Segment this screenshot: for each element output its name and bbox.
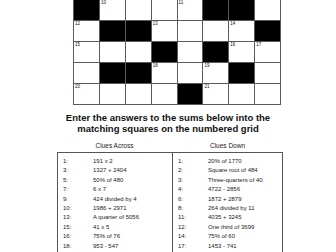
clue-number: 6: [178,195,208,204]
black-cell [178,84,203,104]
black-cell [100,63,125,83]
black-cell [152,42,177,62]
clue-row: 7:6 x 7 [63,185,172,194]
cell-number: 19 [204,63,209,69]
cell-number: 10 [101,0,106,6]
clue-text: 75% of 60 [208,232,282,241]
answer-cell[interactable] [100,42,125,62]
answer-cell[interactable] [178,21,203,41]
black-cell [126,21,151,41]
clue-number: 2: [178,166,208,175]
clue-text: 191 x 2 [93,157,172,166]
clue-box: 1:191 x 23:1327 + 24045:50% of 4807:6 x … [57,152,283,252]
answer-cell[interactable] [229,84,254,104]
instruction-line-2: matching squares on the numbered grid [0,123,336,134]
instruction-line-1: Enter the answers to the sums below into… [0,112,336,123]
answer-cell[interactable]: 18 [152,63,177,83]
clue-number: 4: [178,185,208,194]
clue-number: 16: [63,232,93,241]
clue-row: 15:41 x 5 [63,223,172,232]
clue-text: 41 x 5 [93,223,172,232]
answer-cell[interactable]: 11 [178,0,203,20]
clues-down-list: 1:20% of 17702:Square root of 4843:Three… [173,153,282,252]
answer-cell[interactable] [203,21,228,41]
answer-cell[interactable] [100,84,125,104]
answer-cell[interactable]: 17 [255,42,280,62]
clue-number: 1: [63,157,93,166]
answer-cell[interactable]: 19 [203,63,228,83]
clue-row: 11:4035 + 3245 [178,213,282,222]
black-cell [229,63,254,83]
clue-number: 13: [63,213,93,222]
clue-text: 1453 - 741 [208,242,282,251]
cell-number: 13 [153,21,158,27]
answer-cell[interactable]: 16 [229,42,254,62]
clue-number: 18: [63,242,93,251]
cell-number: 21 [204,84,209,90]
cell-number: 14 [230,21,235,27]
clue-row: 12:One third of 3699 [178,223,282,232]
clue-row: 8:264 divided by 11 [178,204,282,213]
clue-row: 2:Square root of 484 [178,166,282,175]
clue-row: 4:4722 - 2856 [178,185,282,194]
clue-text: 1327 + 2404 [93,166,172,175]
clue-number: 12: [178,223,208,232]
cell-number: 20 [75,84,80,90]
clue-text: Square root of 484 [208,166,282,175]
clue-row: 14:75% of 60 [178,232,282,241]
answer-cell[interactable] [74,63,99,83]
answer-cell[interactable]: 21 [203,84,228,104]
clue-text: One third of 3699 [208,223,282,232]
cell-number: 12 [75,21,80,27]
clues-across-header: Clues Across [57,142,172,149]
answer-cell[interactable] [255,63,280,83]
clue-row: 1:191 x 2 [63,157,172,166]
clue-number: 3: [178,176,208,185]
clue-text: 1872 + 2879 [208,195,282,204]
clue-row: 13:A quarter of 5056 [63,213,172,222]
clue-number: 15: [63,223,93,232]
answer-cell[interactable]: 20 [74,84,99,104]
clue-text: 424 divided by 4 [93,195,172,204]
clue-number: 1: [178,157,208,166]
answer-cell[interactable]: 14 [229,21,254,41]
answer-cell[interactable] [126,42,151,62]
answer-cell[interactable] [255,0,280,20]
clues-down-header: Clues Down [172,142,283,149]
answer-cell[interactable]: 15 [74,42,99,62]
clue-text: 50% of 480 [93,176,172,185]
crossword-grid: 101112131415161718192021 [73,0,281,105]
answer-cell[interactable] [152,84,177,104]
clue-text: 75% of 76 [93,232,172,241]
black-cell [100,21,125,41]
clue-number: 7: [63,185,93,194]
clue-number: 3: [63,166,93,175]
clue-row: 10:1986 + 2971 [63,204,172,213]
black-cell [229,0,254,20]
clues-across-list: 1:191 x 23:1327 + 24045:50% of 4807:6 x … [58,153,172,252]
clue-number: 14: [178,232,208,241]
clue-row: 17:1453 - 741 [178,242,282,251]
cell-number: 15 [75,42,80,48]
instruction-text: Enter the answers to the sums below into… [0,112,336,134]
clue-text: 264 divided by 11 [208,204,282,213]
clue-row: 3:1327 + 2404 [63,166,172,175]
clue-row: 1:20% of 1770 [178,157,282,166]
answer-cell[interactable] [152,0,177,20]
answer-cell[interactable] [255,84,280,104]
clue-text: A quarter of 5056 [93,213,172,222]
cell-number: 11 [179,0,184,6]
clue-text: Three-quarters of 40 [208,176,282,185]
clue-number: 5: [63,176,93,185]
cell-number: 18 [153,63,158,69]
black-cell [126,63,151,83]
clue-text: 1986 + 2971 [93,204,172,213]
answer-cell[interactable] [178,63,203,83]
answer-cell[interactable] [126,0,151,20]
clue-row: 16:75% of 76 [63,232,172,241]
clue-number: 9: [63,195,93,204]
answer-cell[interactable]: 12 [74,21,99,41]
answer-cell[interactable] [126,84,151,104]
answer-cell[interactable]: 13 [152,21,177,41]
clue-text: 953 - 547 [93,242,172,251]
cell-number: 17 [256,42,261,48]
black-cell [74,0,99,20]
clue-number: 11: [178,213,208,222]
answer-cell[interactable]: 10 [100,0,125,20]
clue-row: 18:953 - 547 [63,242,172,251]
clue-row: 6:1872 + 2879 [178,195,282,204]
clue-number: 10: [63,204,93,213]
black-cell [203,0,228,20]
black-cell [255,21,280,41]
clue-row: 5:50% of 480 [63,176,172,185]
clue-text: 6 x 7 [93,185,172,194]
clue-number: 17: [178,242,208,251]
black-cell [203,42,228,62]
clue-text: 4722 - 2856 [208,185,282,194]
clue-row: 3:Three-quarters of 40 [178,176,282,185]
clue-number: 8: [178,204,208,213]
clue-row: 9:424 divided by 4 [63,195,172,204]
clue-text: 4035 + 3245 [208,213,282,222]
clue-text: 20% of 1770 [208,157,282,166]
answer-cell[interactable] [178,42,203,62]
cell-number: 16 [230,42,235,48]
